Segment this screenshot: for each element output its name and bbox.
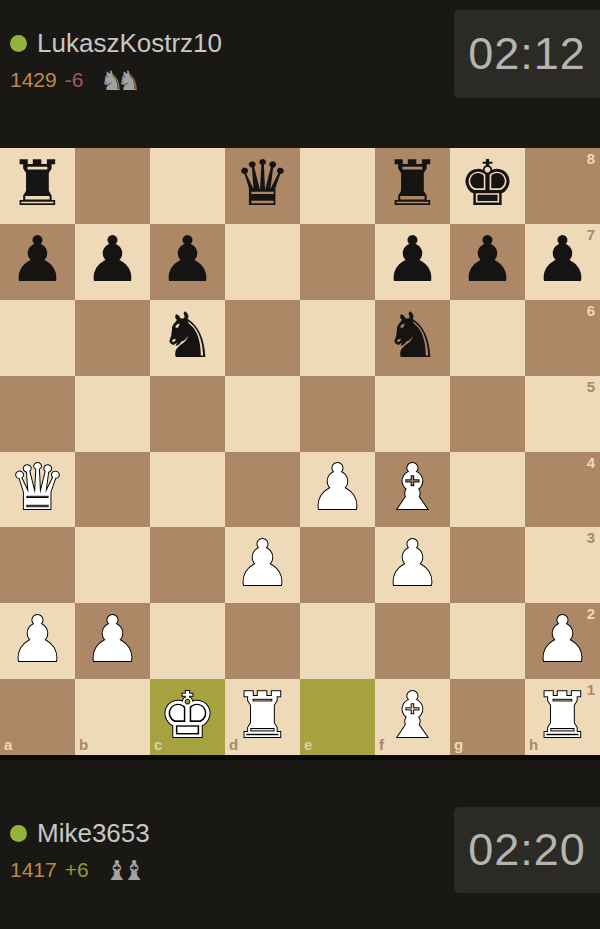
black-pawn[interactable]: ♟ — [9, 228, 65, 291]
square-a1[interactable]: a — [0, 679, 75, 755]
square-e6[interactable] — [300, 300, 375, 376]
square-a3[interactable] — [0, 527, 75, 603]
square-b3[interactable] — [75, 527, 150, 603]
square-c8[interactable] — [150, 148, 225, 224]
square-d8[interactable]: ♛ — [225, 148, 300, 224]
square-e3[interactable] — [300, 527, 375, 603]
player-bottom-name-row: Mike3653 — [10, 816, 150, 850]
square-g2[interactable] — [450, 603, 525, 679]
black-rook[interactable]: ♜ — [9, 152, 65, 215]
black-knight[interactable]: ♞ — [384, 304, 440, 367]
coordinate-file-d: d — [229, 737, 238, 752]
white-pawn[interactable]: ♟ — [234, 532, 290, 595]
white-pawn[interactable]: ♟ — [84, 608, 140, 671]
square-f3[interactable]: ♟ — [375, 527, 450, 603]
square-b5[interactable] — [75, 376, 150, 452]
player-rating: 1429 — [10, 68, 57, 92]
square-e5[interactable] — [300, 376, 375, 452]
square-f4[interactable]: ♝ — [375, 452, 450, 528]
coordinate-file-f: f — [379, 737, 384, 752]
white-bishop[interactable]: ♝ — [384, 684, 440, 747]
coordinate-rank-1: 1 — [587, 682, 595, 697]
square-d5[interactable] — [225, 376, 300, 452]
square-c3[interactable] — [150, 527, 225, 603]
rating-delta: -6 — [65, 68, 84, 92]
square-h3[interactable]: 3 — [525, 527, 600, 603]
square-g7[interactable]: ♟ — [450, 224, 525, 300]
square-f6[interactable]: ♞ — [375, 300, 450, 376]
square-a5[interactable] — [0, 376, 75, 452]
rating-delta: +6 — [65, 858, 89, 882]
white-king[interactable]: ♚ — [159, 684, 215, 747]
square-b1[interactable]: b — [75, 679, 150, 755]
square-c6[interactable]: ♞ — [150, 300, 225, 376]
square-g4[interactable] — [450, 452, 525, 528]
player-top-name-row: LukaszKostrz10 — [10, 26, 222, 60]
online-indicator — [10, 35, 27, 52]
coordinate-rank-8: 8 — [587, 151, 595, 166]
square-c5[interactable] — [150, 376, 225, 452]
coordinate-file-e: e — [304, 737, 312, 752]
player-info-bottom: Mike3653 1417 +6 ♝♝ — [10, 816, 150, 885]
online-indicator — [10, 825, 27, 842]
coordinate-rank-4: 4 — [587, 455, 595, 470]
game-screen: LukaszKostrz10 1429 -6 ♞♞ 02:12 ♜♛♜♚8♟♟♟… — [0, 0, 600, 929]
square-g5[interactable] — [450, 376, 525, 452]
coordinate-file-c: c — [154, 737, 162, 752]
square-d1[interactable]: ♜d — [225, 679, 300, 755]
white-pawn[interactable]: ♟ — [534, 608, 590, 671]
square-e1[interactable]: e — [300, 679, 375, 755]
captured-bishops-icon: ♝♝ — [105, 857, 146, 884]
square-a8[interactable]: ♜ — [0, 148, 75, 224]
square-b2[interactable]: ♟ — [75, 603, 150, 679]
player-info-top: LukaszKostrz10 1429 -6 ♞♞ — [10, 26, 222, 95]
coordinate-file-b: b — [79, 737, 88, 752]
white-bishop[interactable]: ♝ — [384, 456, 440, 519]
coordinate-file-h: h — [529, 737, 538, 752]
square-b7[interactable]: ♟ — [75, 224, 150, 300]
square-c7[interactable]: ♟ — [150, 224, 225, 300]
player-bottom-rating-row: 1417 +6 ♝♝ — [10, 855, 150, 885]
square-g6[interactable] — [450, 300, 525, 376]
square-a6[interactable] — [0, 300, 75, 376]
black-pawn[interactable]: ♟ — [159, 228, 215, 291]
black-knight[interactable]: ♞ — [159, 304, 215, 367]
square-h7[interactable]: ♟7 — [525, 224, 600, 300]
square-h4[interactable]: 4 — [525, 452, 600, 528]
player-rating: 1417 — [10, 858, 57, 882]
black-pawn[interactable]: ♟ — [84, 228, 140, 291]
black-pawn[interactable]: ♟ — [384, 228, 440, 291]
square-b8[interactable] — [75, 148, 150, 224]
square-e8[interactable] — [300, 148, 375, 224]
square-g8[interactable]: ♚ — [450, 148, 525, 224]
coordinate-rank-5: 5 — [587, 379, 595, 394]
white-pawn[interactable]: ♟ — [9, 608, 65, 671]
white-rook[interactable]: ♜ — [234, 684, 290, 747]
coordinate-rank-2: 2 — [587, 606, 595, 621]
clock-bottom-time: 02:20 — [468, 824, 586, 876]
square-h1[interactable]: ♜h1 — [525, 679, 600, 755]
square-h6[interactable]: 6 — [525, 300, 600, 376]
square-h5[interactable]: 5 — [525, 376, 600, 452]
coordinate-rank-3: 3 — [587, 530, 595, 545]
white-rook[interactable]: ♜ — [534, 684, 590, 747]
square-a4[interactable]: ♛ — [0, 452, 75, 528]
black-pawn[interactable]: ♟ — [459, 228, 515, 291]
square-h8[interactable]: 8 — [525, 148, 600, 224]
black-rook[interactable]: ♜ — [384, 152, 440, 215]
clock-top-time: 02:12 — [468, 28, 586, 80]
square-f1[interactable]: ♝f — [375, 679, 450, 755]
black-queen[interactable]: ♛ — [234, 152, 290, 215]
square-a2[interactable]: ♟ — [0, 603, 75, 679]
square-b4[interactable] — [75, 452, 150, 528]
captured-knights-icon: ♞♞ — [99, 67, 140, 94]
square-c1[interactable]: ♚c — [150, 679, 225, 755]
square-c2[interactable] — [150, 603, 225, 679]
square-g3[interactable] — [450, 527, 525, 603]
square-d6[interactable] — [225, 300, 300, 376]
player-name[interactable]: Mike3653 — [37, 820, 150, 846]
square-a7[interactable]: ♟ — [0, 224, 75, 300]
square-h2[interactable]: ♟2 — [525, 603, 600, 679]
clock-bottom: 02:20 — [454, 807, 600, 893]
square-d3[interactable]: ♟ — [225, 527, 300, 603]
coordinate-rank-6: 6 — [587, 303, 595, 318]
square-f5[interactable] — [375, 376, 450, 452]
square-d7[interactable] — [225, 224, 300, 300]
square-b6[interactable] — [75, 300, 150, 376]
white-pawn[interactable]: ♟ — [384, 532, 440, 595]
black-king[interactable]: ♚ — [459, 152, 515, 215]
square-e7[interactable] — [300, 224, 375, 300]
player-name[interactable]: LukaszKostrz10 — [37, 30, 222, 56]
white-pawn[interactable]: ♟ — [309, 456, 365, 519]
square-f7[interactable]: ♟ — [375, 224, 450, 300]
square-d4[interactable] — [225, 452, 300, 528]
square-g1[interactable]: g — [450, 679, 525, 755]
coordinate-file-g: g — [454, 737, 463, 752]
coordinate-rank-7: 7 — [587, 227, 595, 242]
black-pawn[interactable]: ♟ — [534, 228, 590, 291]
coordinate-file-a: a — [4, 737, 12, 752]
square-d2[interactable] — [225, 603, 300, 679]
player-top-rating-row: 1429 -6 ♞♞ — [10, 65, 222, 95]
square-c4[interactable] — [150, 452, 225, 528]
white-queen[interactable]: ♛ — [9, 456, 65, 519]
clock-top: 02:12 — [454, 10, 600, 98]
square-e2[interactable] — [300, 603, 375, 679]
square-e4[interactable]: ♟ — [300, 452, 375, 528]
square-f2[interactable] — [375, 603, 450, 679]
square-f8[interactable]: ♜ — [375, 148, 450, 224]
chess-board: ♜♛♜♚8♟♟♟♟♟♟7♞♞65♛♟♝4♟♟3♟♟♟2ab♚c♜de♝fg♜h1 — [0, 148, 600, 755]
